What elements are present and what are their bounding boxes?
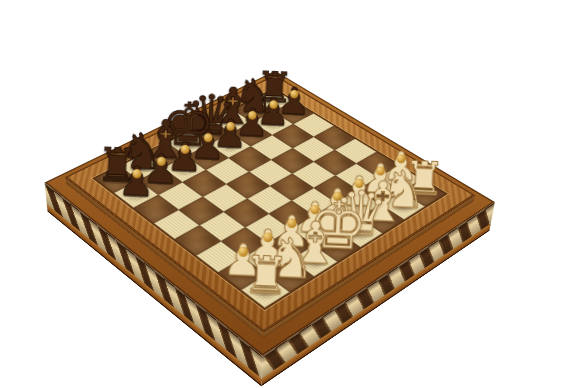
chess-set-photo: ♜♞♝♛♚♝♞♜♟♟♟♟♟♟♟♟♟♟♟♟♟♟♟♟♜♞♝♛♚♝♞♜ [0,0,580,388]
pawn-gold-finial-icon [157,157,166,166]
pawn-gold-finial-icon [132,169,142,179]
board-3d-group: ♜♞♝♛♚♝♞♜♟♟♟♟♟♟♟♟♟♟♟♟♟♟♟♟♜♞♝♛♚♝♞♜ [65,75,475,332]
pawn-gold-finial-icon [290,90,299,99]
